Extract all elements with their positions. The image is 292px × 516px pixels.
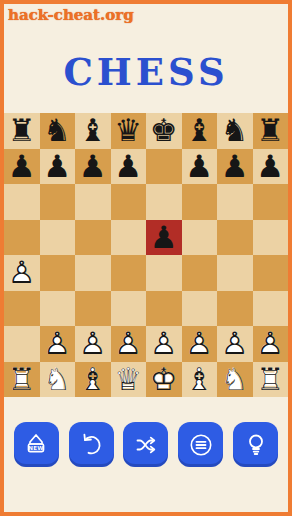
square-a7[interactable]: ♟ xyxy=(4,149,40,185)
piece-black-rook: ♜ xyxy=(4,113,40,149)
piece-black-knight: ♞ xyxy=(217,113,253,149)
piece-white-pawn-outline: ♙ xyxy=(146,326,182,362)
piece-white-pawn: ♟ xyxy=(253,326,289,362)
square-c6[interactable] xyxy=(75,184,111,220)
square-c4[interactable] xyxy=(75,255,111,291)
square-f2[interactable]: ♟♙ xyxy=(182,326,218,362)
piece-white-bishop: ♝ xyxy=(75,362,111,398)
piece-black-pawn: ♟ xyxy=(75,149,111,185)
square-e5[interactable]: ♟ xyxy=(146,220,182,256)
square-g4[interactable] xyxy=(217,255,253,291)
square-h2[interactable]: ♟♙ xyxy=(253,326,289,362)
new-badge-label: NEW xyxy=(29,445,45,451)
piece-white-rook-outline: ♖ xyxy=(4,362,40,398)
square-a8[interactable]: ♜ xyxy=(4,113,40,149)
square-h5[interactable] xyxy=(253,220,289,256)
square-d3[interactable] xyxy=(111,291,147,327)
square-a3[interactable] xyxy=(4,291,40,327)
piece-white-knight-outline: ♘ xyxy=(40,362,76,398)
square-a5[interactable] xyxy=(4,220,40,256)
piece-black-pawn: ♟ xyxy=(253,149,289,185)
square-f5[interactable] xyxy=(182,220,218,256)
watermark-link[interactable]: hack-cheat.org xyxy=(8,6,134,24)
piece-white-knight: ♞ xyxy=(217,362,253,398)
square-c1[interactable]: ♝♗ xyxy=(75,362,111,398)
square-c3[interactable] xyxy=(75,291,111,327)
piece-white-knight: ♞ xyxy=(40,362,76,398)
square-h6[interactable] xyxy=(253,184,289,220)
piece-white-pawn: ♟ xyxy=(40,326,76,362)
piece-black-pawn: ♟ xyxy=(40,149,76,185)
piece-white-pawn: ♟ xyxy=(146,326,182,362)
square-a2[interactable] xyxy=(4,326,40,362)
piece-white-bishop-outline: ♗ xyxy=(182,362,218,398)
shuffle-button[interactable] xyxy=(123,422,168,467)
piece-black-pawn: ♟ xyxy=(182,149,218,185)
piece-white-pawn-outline: ♙ xyxy=(40,326,76,362)
square-e6[interactable] xyxy=(146,184,182,220)
piece-white-pawn-outline: ♙ xyxy=(111,326,147,362)
piece-black-pawn: ♟ xyxy=(4,149,40,185)
square-c2[interactable]: ♟♙ xyxy=(75,326,111,362)
square-b4[interactable] xyxy=(40,255,76,291)
square-d2[interactable]: ♟♙ xyxy=(111,326,147,362)
square-f7[interactable]: ♟ xyxy=(182,149,218,185)
square-e7[interactable] xyxy=(146,149,182,185)
undo-button[interactable] xyxy=(69,422,114,467)
square-e2[interactable]: ♟♙ xyxy=(146,326,182,362)
piece-white-pawn-outline: ♙ xyxy=(4,255,40,291)
piece-white-rook: ♜ xyxy=(253,362,289,398)
piece-black-pawn: ♟ xyxy=(217,149,253,185)
square-g2[interactable]: ♟♙ xyxy=(217,326,253,362)
square-b2[interactable]: ♟♙ xyxy=(40,326,76,362)
toolbar: NEW xyxy=(4,422,288,467)
square-e8[interactable]: ♚ xyxy=(146,113,182,149)
page-title: CHESS xyxy=(4,50,288,94)
app-screen: { "app": { "watermark": "hack-cheat.org"… xyxy=(0,0,292,516)
undo-arrow-icon xyxy=(77,431,105,459)
square-a1[interactable]: ♜♖ xyxy=(4,362,40,398)
piece-black-bishop: ♝ xyxy=(182,113,218,149)
square-g1[interactable]: ♞♘ xyxy=(217,362,253,398)
square-d4[interactable] xyxy=(111,255,147,291)
piece-white-pawn: ♟ xyxy=(217,326,253,362)
square-f6[interactable] xyxy=(182,184,218,220)
square-h3[interactable] xyxy=(253,291,289,327)
square-d1[interactable]: ♛♕ xyxy=(111,362,147,398)
square-g8[interactable]: ♞ xyxy=(217,113,253,149)
square-f8[interactable]: ♝ xyxy=(182,113,218,149)
square-c5[interactable] xyxy=(75,220,111,256)
shuffle-icon xyxy=(132,431,160,459)
square-b6[interactable] xyxy=(40,184,76,220)
piece-white-pawn: ♟ xyxy=(182,326,218,362)
piece-white-pawn-outline: ♙ xyxy=(182,326,218,362)
square-g3[interactable] xyxy=(217,291,253,327)
square-a4[interactable]: ♟♙ xyxy=(4,255,40,291)
square-g5[interactable] xyxy=(217,220,253,256)
piece-white-rook: ♜ xyxy=(4,362,40,398)
square-b8[interactable]: ♞ xyxy=(40,113,76,149)
square-e1[interactable]: ♚♔ xyxy=(146,362,182,398)
menu-circle-icon xyxy=(187,431,215,459)
piece-black-pawn: ♟ xyxy=(111,149,147,185)
square-d7[interactable]: ♟ xyxy=(111,149,147,185)
chess-board: ♜♞♝♛♚♝♞♜♟♟♟♟♟♟♟♟♟♙♟♙♟♙♟♙♟♙♟♙♟♙♟♙♜♖♞♘♝♗♛♕… xyxy=(4,113,288,397)
square-e4[interactable] xyxy=(146,255,182,291)
piece-black-bishop: ♝ xyxy=(75,113,111,149)
square-e3[interactable] xyxy=(146,291,182,327)
piece-black-queen: ♛ xyxy=(111,113,147,149)
lightbulb-icon xyxy=(242,431,270,459)
new-badge-icon: NEW xyxy=(22,431,50,459)
piece-black-pawn: ♟ xyxy=(146,220,182,256)
piece-black-knight: ♞ xyxy=(40,113,76,149)
square-h8[interactable]: ♜ xyxy=(253,113,289,149)
square-d6[interactable] xyxy=(111,184,147,220)
piece-white-queen: ♛ xyxy=(111,362,147,398)
menu-button[interactable] xyxy=(178,422,223,467)
square-b1[interactable]: ♞♘ xyxy=(40,362,76,398)
hint-button[interactable] xyxy=(233,422,278,467)
square-b7[interactable]: ♟ xyxy=(40,149,76,185)
piece-white-bishop: ♝ xyxy=(182,362,218,398)
square-h1[interactable]: ♜♖ xyxy=(253,362,289,398)
square-f4[interactable] xyxy=(182,255,218,291)
piece-white-pawn-outline: ♙ xyxy=(75,326,111,362)
piece-white-rook-outline: ♖ xyxy=(253,362,289,398)
piece-white-king-outline: ♔ xyxy=(146,362,182,398)
square-a6[interactable] xyxy=(4,184,40,220)
square-g6[interactable] xyxy=(217,184,253,220)
new-game-button[interactable]: NEW xyxy=(14,422,59,467)
piece-white-king: ♚ xyxy=(146,362,182,398)
square-h7[interactable]: ♟ xyxy=(253,149,289,185)
piece-black-king: ♚ xyxy=(146,113,182,149)
piece-white-pawn: ♟ xyxy=(75,326,111,362)
piece-white-pawn: ♟ xyxy=(4,255,40,291)
square-g7[interactable]: ♟ xyxy=(217,149,253,185)
square-f1[interactable]: ♝♗ xyxy=(182,362,218,398)
piece-black-rook: ♜ xyxy=(253,113,289,149)
piece-white-pawn: ♟ xyxy=(111,326,147,362)
square-h4[interactable] xyxy=(253,255,289,291)
piece-white-knight-outline: ♘ xyxy=(217,362,253,398)
square-c8[interactable]: ♝ xyxy=(75,113,111,149)
piece-white-pawn-outline: ♙ xyxy=(253,326,289,362)
piece-white-pawn-outline: ♙ xyxy=(217,326,253,362)
square-c7[interactable]: ♟ xyxy=(75,149,111,185)
square-f3[interactable] xyxy=(182,291,218,327)
piece-white-bishop-outline: ♗ xyxy=(75,362,111,398)
square-d5[interactable] xyxy=(111,220,147,256)
square-d8[interactable]: ♛ xyxy=(111,113,147,149)
square-b3[interactable] xyxy=(40,291,76,327)
square-b5[interactable] xyxy=(40,220,76,256)
piece-white-queen-outline: ♕ xyxy=(111,362,147,398)
